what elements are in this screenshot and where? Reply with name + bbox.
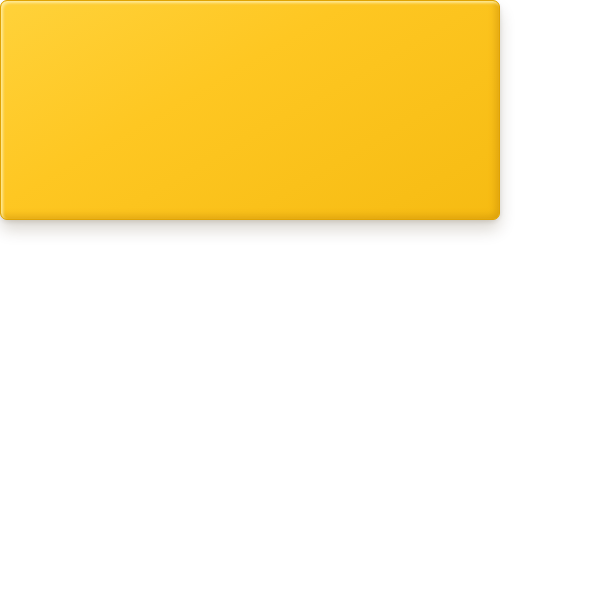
- product-photo: [0, 0, 600, 600]
- inserts-layer: [0, 0, 600, 600]
